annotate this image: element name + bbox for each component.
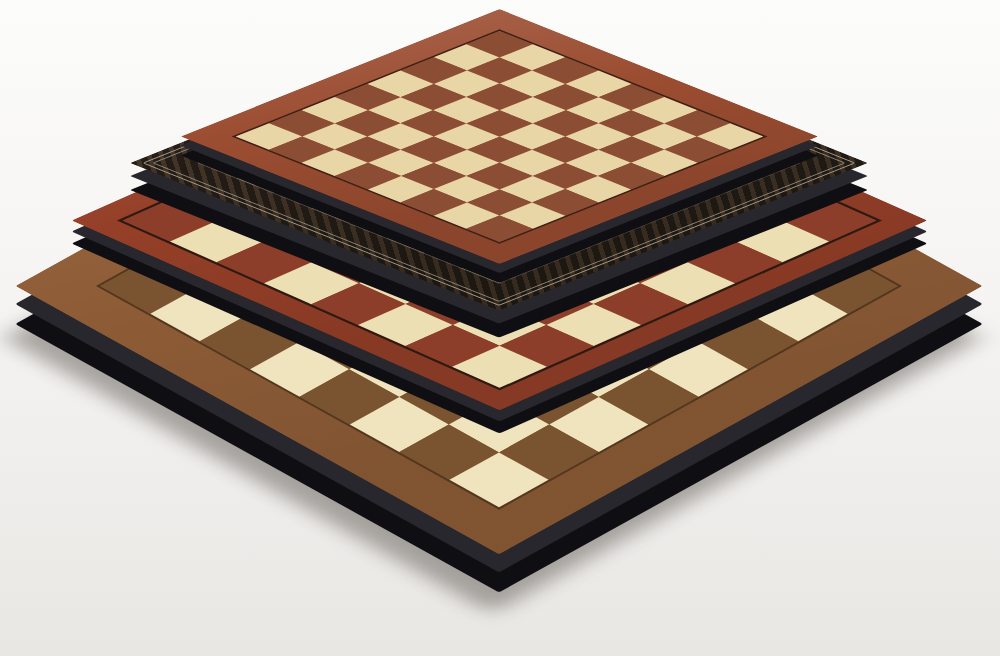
board-stack	[0, 0, 1000, 656]
product-photo-stage	[0, 0, 1000, 656]
